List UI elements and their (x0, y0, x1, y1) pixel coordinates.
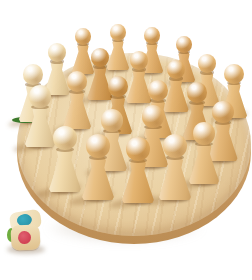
pawn-head (144, 27, 161, 44)
peg-pawn-r5c3[interactable] (118, 137, 158, 203)
peg-pawn-r5c4[interactable] (155, 134, 195, 200)
pawn-head (101, 109, 123, 132)
pawn-head (110, 24, 127, 41)
die-front-face (10, 224, 40, 250)
pawn-head (53, 126, 77, 150)
peg-pawn-r3c2[interactable] (60, 71, 95, 129)
pawn-body (60, 91, 95, 129)
pawn-head (86, 134, 110, 158)
pawn-head (163, 134, 187, 158)
pawn-body (118, 159, 158, 203)
pawn-head (23, 64, 44, 85)
pawn-head (108, 76, 129, 97)
memory-chess-scene (0, 0, 252, 280)
pawn-head (75, 28, 92, 45)
pawn-head (212, 101, 234, 123)
pawn-body (78, 156, 118, 200)
peg-pawn-r5c2[interactable] (78, 134, 118, 200)
pawn-head (176, 36, 193, 53)
pawn-head (29, 85, 51, 108)
pawn-body (155, 156, 195, 200)
color-die[interactable] (6, 208, 48, 256)
die-red-dot (18, 231, 32, 245)
pawn-head (224, 64, 243, 84)
pawn-head (142, 105, 164, 128)
pawn-head (148, 80, 169, 101)
pawn-head (126, 137, 150, 161)
pawn-head (67, 71, 88, 92)
pawn-head (193, 122, 215, 145)
